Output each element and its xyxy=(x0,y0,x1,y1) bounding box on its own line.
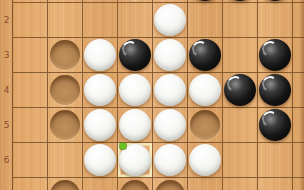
board-cell[interactable] xyxy=(13,143,48,178)
pit-hole xyxy=(50,40,80,70)
board-cell[interactable] xyxy=(48,108,83,143)
board-cell[interactable] xyxy=(223,108,258,143)
board-cell[interactable] xyxy=(258,73,293,108)
board-cell[interactable] xyxy=(83,178,118,190)
board-cell[interactable] xyxy=(48,3,83,38)
board-cell[interactable] xyxy=(188,3,223,38)
board-cell[interactable] xyxy=(188,143,223,178)
board-cell[interactable] xyxy=(153,38,188,73)
board-cell[interactable] xyxy=(118,108,153,143)
white-stone xyxy=(189,144,221,176)
board-cell[interactable] xyxy=(258,3,293,38)
board-cell[interactable] xyxy=(258,143,293,178)
last-move-cell[interactable] xyxy=(118,143,153,178)
board-cell[interactable] xyxy=(188,178,223,190)
game-screen: 23456 xyxy=(0,0,304,190)
board-cell[interactable] xyxy=(223,38,258,73)
board-cell[interactable] xyxy=(223,3,258,38)
white-stone xyxy=(154,74,186,106)
board-cell[interactable] xyxy=(48,143,83,178)
board-cell[interactable] xyxy=(153,108,188,143)
board-cell[interactable] xyxy=(48,38,83,73)
white-stone xyxy=(154,109,186,141)
black-stone xyxy=(224,0,256,1)
board-cell[interactable] xyxy=(258,178,293,190)
black-stone xyxy=(119,39,151,71)
game-board xyxy=(12,0,304,190)
board-cell[interactable] xyxy=(188,73,223,108)
board-cell[interactable] xyxy=(118,178,153,190)
board-cell[interactable] xyxy=(83,143,118,178)
board-cell[interactable] xyxy=(223,73,258,108)
black-stone xyxy=(259,39,291,71)
black-stone xyxy=(189,0,221,1)
board-cell[interactable] xyxy=(13,73,48,108)
board-cell[interactable] xyxy=(188,108,223,143)
white-stone xyxy=(154,4,186,36)
board-cell[interactable] xyxy=(48,178,83,190)
board-cell[interactable] xyxy=(153,178,188,190)
black-stone xyxy=(189,39,221,71)
board-cell[interactable] xyxy=(48,73,83,108)
black-stone xyxy=(259,74,291,106)
board-cell[interactable] xyxy=(258,108,293,143)
board-cell[interactable] xyxy=(258,38,293,73)
board-cell[interactable] xyxy=(13,38,48,73)
board-cell[interactable] xyxy=(188,38,223,73)
board-cell[interactable] xyxy=(13,108,48,143)
white-stone xyxy=(119,109,151,141)
board-cell[interactable] xyxy=(118,73,153,108)
board-cell[interactable] xyxy=(118,38,153,73)
white-stone xyxy=(189,74,221,106)
board-cell[interactable] xyxy=(13,3,48,38)
board-cell[interactable] xyxy=(13,178,48,190)
pit-hole xyxy=(50,180,80,190)
white-stone xyxy=(84,144,116,176)
pit-hole xyxy=(155,180,185,190)
board-cell[interactable] xyxy=(153,73,188,108)
pit-hole xyxy=(190,110,220,140)
white-stone xyxy=(84,39,116,71)
board-cell[interactable] xyxy=(118,3,153,38)
white-stone xyxy=(119,74,151,106)
board-cell[interactable] xyxy=(153,143,188,178)
black-stone xyxy=(259,109,291,141)
black-stone xyxy=(224,74,256,106)
white-stone xyxy=(154,144,186,176)
board-cell[interactable] xyxy=(83,108,118,143)
black-stone xyxy=(259,0,291,1)
white-stone xyxy=(84,74,116,106)
board-cell[interactable] xyxy=(153,3,188,38)
pit-hole xyxy=(50,110,80,140)
board-cell[interactable] xyxy=(83,3,118,38)
board-cell[interactable] xyxy=(83,73,118,108)
board-left-edge-shade xyxy=(0,0,2,190)
last-move-marker xyxy=(120,143,126,149)
board-cell[interactable] xyxy=(223,178,258,190)
board-cell[interactable] xyxy=(83,38,118,73)
pit-hole xyxy=(120,180,150,190)
board-right-edge-shade xyxy=(300,0,304,190)
white-stone xyxy=(84,109,116,141)
white-stone xyxy=(154,39,186,71)
pit-hole xyxy=(50,75,80,105)
board-cell[interactable] xyxy=(223,143,258,178)
